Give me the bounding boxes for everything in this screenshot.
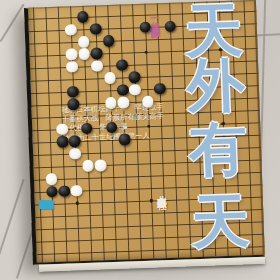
- stone-white: [105, 97, 117, 109]
- stone-black: [56, 136, 68, 148]
- stone-white: [117, 96, 129, 108]
- book-pages-edge: [39, 257, 265, 272]
- stone-black: [103, 35, 115, 47]
- stone-white: [82, 160, 94, 172]
- stone-white: [45, 173, 57, 185]
- stone-white: [129, 84, 141, 96]
- stone-black: [90, 23, 102, 35]
- stone-black: [129, 71, 141, 83]
- stone-white: [69, 148, 81, 160]
- stone-white: [78, 36, 90, 48]
- stone-white: [66, 49, 78, 61]
- stone-black: [116, 59, 128, 71]
- stone-white: [71, 185, 83, 197]
- stone-black: [67, 86, 79, 98]
- title-char-3: 有: [178, 117, 258, 184]
- star-point: [75, 202, 79, 206]
- title-char-2: 外: [176, 53, 256, 120]
- title-char-4: 天: [181, 189, 261, 256]
- stone-white: [95, 159, 107, 171]
- stone-black: [91, 48, 103, 60]
- floor-plank-seam: [0, 4, 25, 42]
- stone-black: [154, 83, 166, 95]
- stone-black: [117, 84, 129, 96]
- stone-black: [46, 186, 58, 198]
- star-point: [144, 50, 148, 54]
- stone-black: [118, 134, 130, 146]
- stone-white: [78, 48, 90, 60]
- star-point: [150, 199, 154, 203]
- photo-background: 一代棋圣吴清源传 驰骋日本棋坛四十年 罕逢敌手 十番棋大战 降服所有顶尖高手 一…: [0, 0, 280, 280]
- stone-white: [91, 60, 103, 72]
- stone-black: [68, 98, 80, 110]
- publisher-name: 北京燕山出版社: [154, 188, 170, 260]
- stone-white: [142, 96, 154, 108]
- stone-black: [58, 185, 70, 197]
- stone-white: [66, 61, 78, 73]
- stone-black: [69, 135, 81, 147]
- book-cover-go-board: 一代棋圣吴清源传 驰骋日本棋坛四十年 罕逢敌手 十番棋大战 降服所有顶尖高手 一…: [24, 0, 265, 265]
- floor-plank-seam: [0, 179, 25, 256]
- price-sticker: [39, 200, 54, 210]
- stone-black: [77, 11, 89, 23]
- stone-white: [104, 72, 116, 84]
- stone-white: [65, 24, 77, 36]
